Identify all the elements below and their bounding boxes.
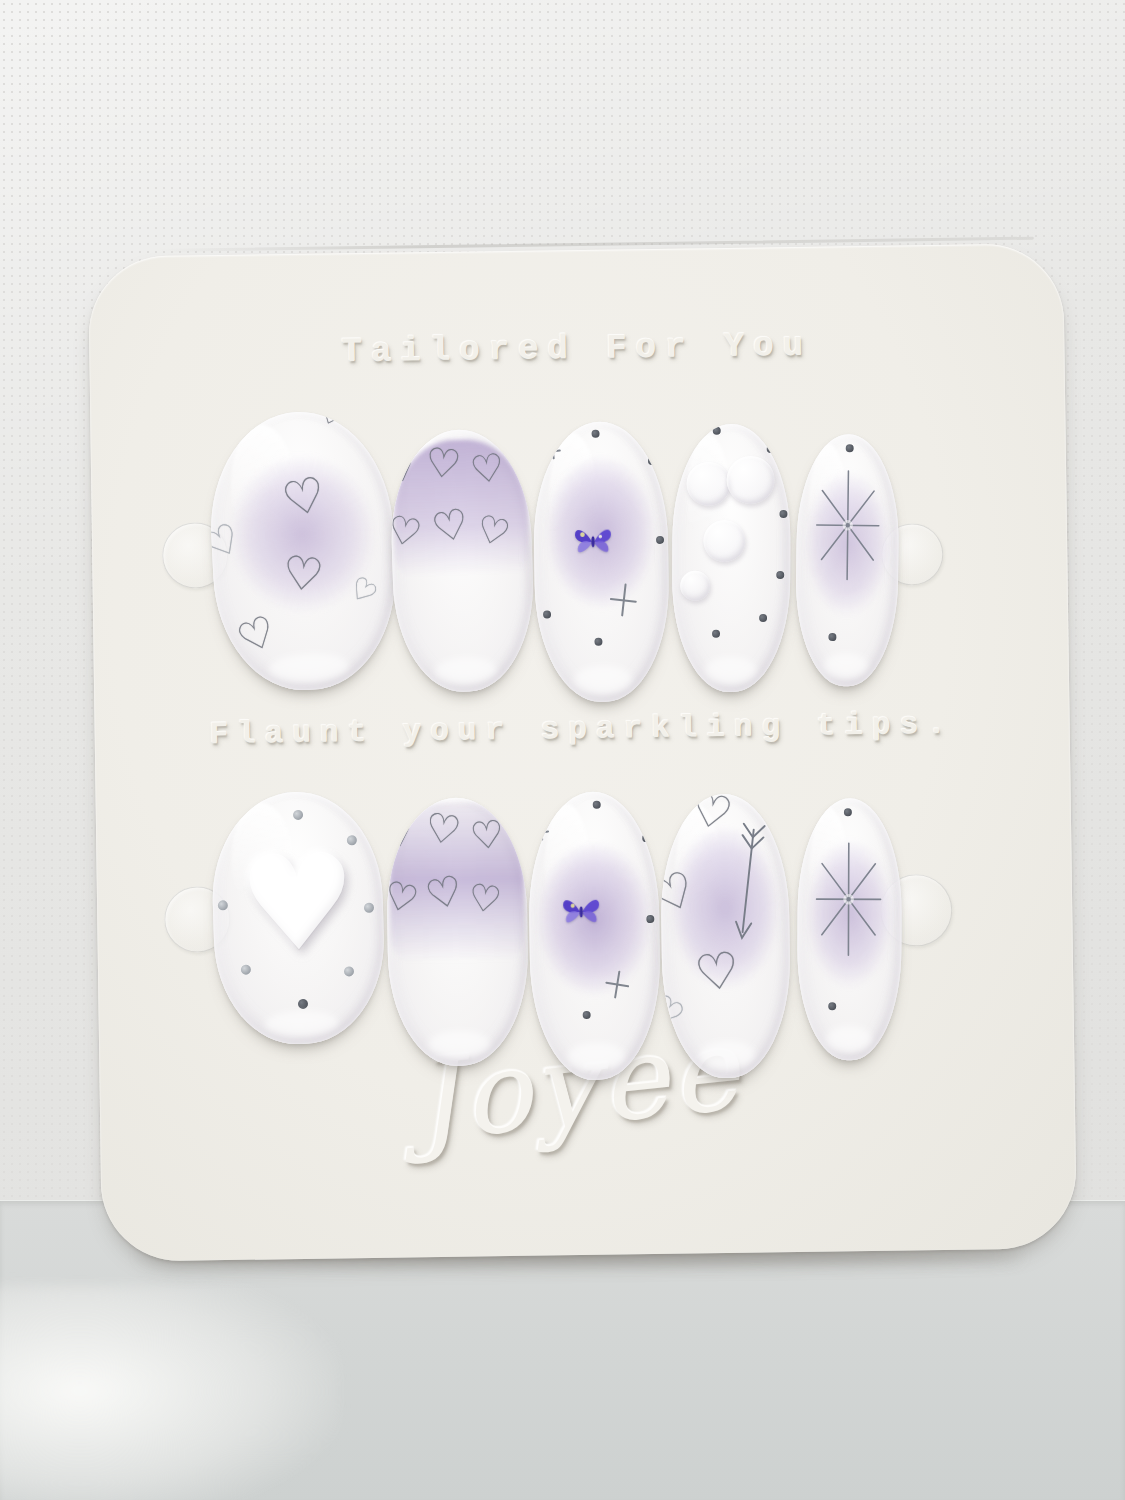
nail-bottom-3 — [528, 791, 662, 1081]
nail-bottom-4: ♡ ♡ ♡ ♡ — [660, 793, 792, 1079]
black-dot — [665, 812, 671, 818]
starburst-icon — [808, 469, 887, 582]
butterfly-icon — [560, 893, 603, 932]
black-dot — [593, 800, 601, 808]
silver-dot — [364, 903, 374, 913]
black-dot — [656, 536, 664, 544]
gel-blob — [680, 571, 710, 601]
gel-blob — [703, 520, 745, 562]
nail-top-3 — [532, 421, 670, 703]
tagline-top: Tailored For You — [89, 323, 1064, 375]
black-dot — [643, 834, 651, 842]
nail-top-1: ♡ ♡ ♡ ♡ ♡ ♡ ♡ — [205, 408, 400, 695]
heart-outline: ♡ — [468, 448, 507, 490]
black-dot — [583, 1011, 591, 1019]
black-dot — [759, 614, 767, 622]
nail-bottom-2: ♡ ♡ ♡ ♡ ♡ ♡ — [386, 797, 530, 1067]
sparkle-cross-icon — [608, 582, 638, 618]
surface-sheen — [0, 1285, 340, 1500]
nail-bottom-5 — [797, 798, 902, 1060]
nail-bottom-1: ♥ — [209, 789, 387, 1046]
tagline-middle: Flaunt your sparkling tips. — [94, 705, 1069, 754]
heart-outline: ♡ — [231, 609, 282, 662]
nail-top-4 — [672, 424, 791, 692]
heart-outline: ♡ — [468, 814, 506, 855]
black-dot — [767, 445, 775, 453]
black-dot — [844, 809, 852, 817]
black-dot — [713, 427, 721, 435]
black-dot — [594, 637, 602, 645]
black-dot — [776, 571, 784, 579]
heart-outline: ♡ — [314, 408, 351, 434]
heart-outline: ♡ — [466, 878, 504, 919]
heart-outline: ♡ — [209, 408, 254, 439]
sparkle-cross-icon — [604, 968, 632, 999]
sparkle-cross-icon — [532, 823, 550, 841]
black-dot — [591, 430, 599, 438]
starburst-icon — [809, 840, 889, 958]
heart-outline: ♡ — [386, 811, 419, 856]
black-dot — [646, 915, 654, 923]
butterfly-icon — [571, 522, 614, 561]
gel-blob — [727, 456, 775, 504]
silver-dot — [293, 809, 303, 819]
heart-outline: ♡ — [280, 549, 326, 599]
product-photo: Tailored For You Flaunt your sparkling t… — [0, 0, 1125, 1500]
black-dot — [648, 457, 656, 465]
nail-top-2: ♡ ♡ ♡ ♡ ♡ ♡ — [388, 428, 536, 694]
black-dot — [828, 633, 836, 641]
black-dot — [712, 630, 720, 638]
black-dot — [846, 444, 854, 452]
black-dot — [775, 813, 781, 819]
heart-outline: ♡ — [692, 945, 743, 1001]
silver-dot — [218, 900, 228, 910]
heart-outline: ♡ — [422, 806, 464, 851]
heart-outline: ♡ — [388, 446, 421, 492]
nail-top-5 — [795, 434, 900, 687]
black-dot — [543, 610, 551, 618]
sparkle-cross-icon — [543, 441, 562, 460]
black-dot — [780, 510, 788, 518]
black-dot — [828, 1003, 836, 1011]
gel-blob — [687, 461, 731, 505]
display-card: Tailored For You Flaunt your sparkling t… — [88, 243, 1077, 1262]
heart-outline: ♡ — [424, 441, 464, 485]
black-dot — [297, 998, 307, 1008]
heart-charm: ♥ — [237, 835, 359, 971]
silver-dot — [347, 835, 357, 845]
